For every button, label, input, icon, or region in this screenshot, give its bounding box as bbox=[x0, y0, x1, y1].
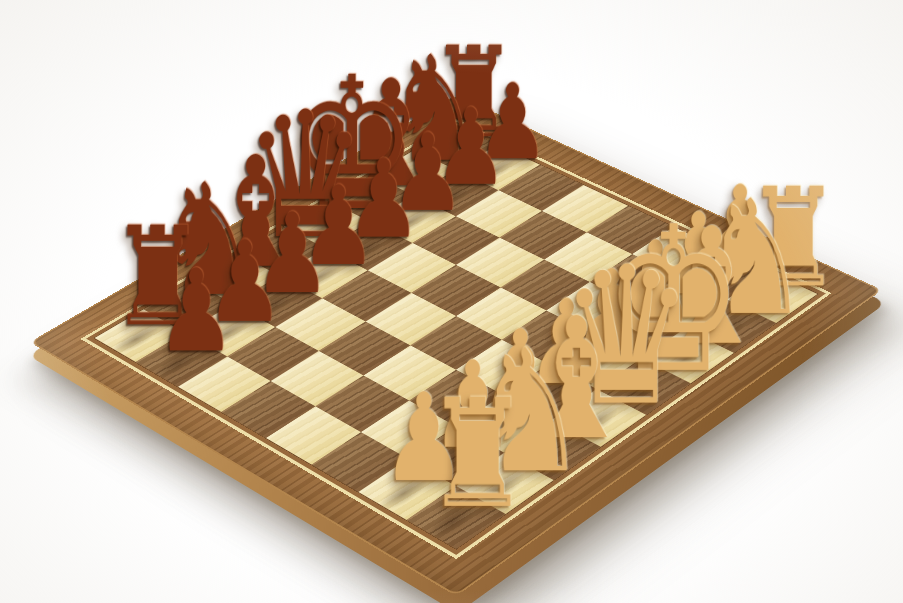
piece-white-rook-a1[interactable]: ♜ bbox=[382, 379, 571, 529]
square-a1[interactable]: ♜ bbox=[406, 485, 505, 548]
board-squares: ♜♞♝♛♚♝♞♜♟♟♟♟♟♟♟♟♟♟♟♟♟♟♟♟♜♞♝♛♚♝♞♜ bbox=[94, 125, 817, 548]
product-photo-stage: ♜♞♝♛♚♝♞♜♟♟♟♟♟♟♟♟♟♟♟♟♟♟♟♟♜♞♝♛♚♝♞♜ bbox=[0, 0, 903, 603]
frame-pinstripe: ♜♞♝♛♚♝♞♜♟♟♟♟♟♟♟♟♟♟♟♟♟♟♟♟♜♞♝♛♚♝♞♜ bbox=[80, 118, 831, 558]
board-frame: ♜♞♝♛♚♝♞♜♟♟♟♟♟♟♟♟♟♟♟♟♟♟♟♟♜♞♝♛♚♝♞♜ bbox=[29, 94, 882, 595]
piece-black-pawn-a7[interactable]: ♟ bbox=[109, 253, 284, 367]
board-scene: ♜♞♝♛♚♝♞♜♟♟♟♟♟♟♟♟♟♟♟♟♟♟♟♟♜♞♝♛♚♝♞♜ bbox=[0, 0, 903, 603]
chess-board: ♜♞♝♛♚♝♞♜♟♟♟♟♟♟♟♟♟♟♟♟♟♟♟♟♜♞♝♛♚♝♞♜ bbox=[29, 94, 882, 595]
